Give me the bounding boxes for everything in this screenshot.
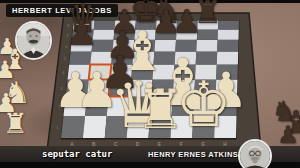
player-portrait-top	[17, 23, 50, 58]
black-pawn-f7[interactable]: ♟	[172, 6, 201, 39]
player-label-bottom: HENRY ERNES ATKINS	[148, 150, 238, 159]
captured-white-piece: ♜	[2, 110, 27, 138]
black-pawn-a6[interactable]: ♟	[66, 15, 98, 50]
player-portrait-bottom	[240, 141, 270, 168]
video-frame: ABCDEFGH12345678 ♚♛♜♝♝♟♟♟♚♛♞♜♟♟♟♟♟♟ ♟♝♟♞…	[0, 0, 300, 168]
captured-black-piece: ♟	[277, 123, 299, 147]
player-label-top: HERBERT LEVI JACOBS	[6, 4, 118, 17]
channel-watermark: seputar catur	[42, 149, 112, 159]
white-rook-e1[interactable]: ♜	[136, 82, 185, 137]
